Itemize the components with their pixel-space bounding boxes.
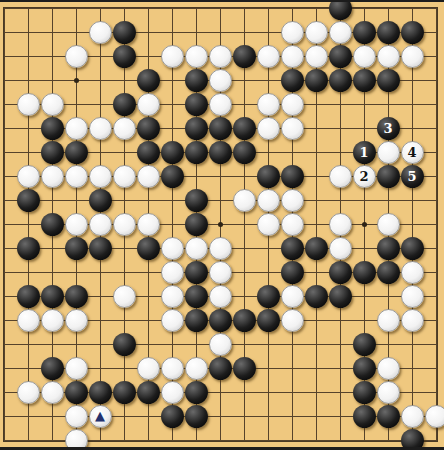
white-stone[interactable] [401,45,424,68]
black-stone[interactable] [137,69,160,92]
black-stone[interactable] [89,189,112,212]
black-stone[interactable] [185,261,208,284]
white-stone[interactable] [65,117,88,140]
white-stone[interactable] [113,117,136,140]
white-stone[interactable] [41,165,64,188]
white-stone[interactable] [185,237,208,260]
go-board[interactable]: 31425▲ [0,0,444,450]
black-stone[interactable] [209,357,232,380]
black-stone[interactable] [209,117,232,140]
black-stone-move-5[interactable]: 5 [401,165,424,188]
black-stone[interactable] [17,237,40,260]
black-stone[interactable] [113,93,136,116]
white-stone[interactable] [281,285,304,308]
white-stone[interactable] [425,405,444,428]
black-stone[interactable] [161,405,184,428]
white-stone[interactable] [377,213,400,236]
black-stone[interactable] [353,357,376,380]
black-stone[interactable] [185,285,208,308]
black-stone[interactable] [257,165,280,188]
black-stone[interactable] [305,237,328,260]
black-stone[interactable] [17,285,40,308]
white-stone[interactable] [65,165,88,188]
black-stone[interactable] [233,117,256,140]
black-stone[interactable] [353,333,376,356]
white-stone[interactable] [89,213,112,236]
black-stone[interactable] [377,261,400,284]
white-stone[interactable] [137,165,160,188]
white-stone[interactable] [257,213,280,236]
white-stone[interactable] [209,285,232,308]
black-stone[interactable] [329,261,352,284]
black-stone[interactable] [281,69,304,92]
black-stone[interactable] [185,189,208,212]
white-stone[interactable] [377,309,400,332]
black-stone[interactable] [377,21,400,44]
white-stone[interactable] [17,93,40,116]
black-stone[interactable] [281,261,304,284]
black-stone[interactable] [65,381,88,404]
black-stone[interactable] [233,357,256,380]
black-stone[interactable] [185,69,208,92]
black-stone[interactable] [281,165,304,188]
white-stone[interactable] [161,285,184,308]
white-stone[interactable] [161,357,184,380]
black-stone[interactable] [377,405,400,428]
white-stone[interactable] [257,45,280,68]
white-stone[interactable] [113,213,136,236]
black-stone[interactable] [353,69,376,92]
white-stone[interactable] [161,309,184,332]
white-stone[interactable] [161,381,184,404]
black-stone[interactable] [353,21,376,44]
white-stone[interactable] [209,45,232,68]
white-stone[interactable] [233,189,256,212]
white-stone[interactable] [281,93,304,116]
white-stone[interactable] [65,309,88,332]
white-stone[interactable] [305,21,328,44]
black-stone[interactable] [377,165,400,188]
white-stone[interactable] [65,45,88,68]
black-stone[interactable] [161,165,184,188]
black-stone[interactable] [209,141,232,164]
black-stone[interactable] [113,333,136,356]
white-stone[interactable] [65,213,88,236]
black-stone[interactable] [353,381,376,404]
black-stone[interactable] [41,357,64,380]
white-stone[interactable] [401,261,424,284]
white-stone[interactable] [17,381,40,404]
black-stone[interactable] [209,309,232,332]
black-stone[interactable] [89,381,112,404]
white-stone[interactable] [17,165,40,188]
black-stone[interactable] [353,405,376,428]
white-stone[interactable] [209,333,232,356]
white-stone[interactable] [377,381,400,404]
white-stone[interactable] [281,117,304,140]
white-stone[interactable] [281,309,304,332]
black-stone[interactable] [185,117,208,140]
white-stone[interactable] [89,21,112,44]
white-stone[interactable] [329,165,352,188]
black-stone[interactable] [329,69,352,92]
black-stone[interactable] [401,237,424,260]
white-stone[interactable] [281,189,304,212]
black-stone[interactable] [41,213,64,236]
black-stone[interactable] [113,381,136,404]
black-stone[interactable] [137,237,160,260]
black-stone[interactable] [305,285,328,308]
white-stone[interactable] [401,285,424,308]
black-stone[interactable] [329,0,352,20]
black-stone[interactable] [353,261,376,284]
white-stone-move-4[interactable]: 4 [401,141,424,164]
white-stone[interactable] [401,309,424,332]
white-stone[interactable]: ▲ [89,405,112,428]
white-stone[interactable] [137,93,160,116]
white-stone[interactable] [185,45,208,68]
white-stone[interactable] [377,45,400,68]
black-stone[interactable] [185,405,208,428]
black-stone-move-3[interactable]: 3 [377,117,400,140]
white-stone[interactable] [41,93,64,116]
black-stone-move-1[interactable]: 1 [353,141,376,164]
white-stone[interactable] [89,117,112,140]
white-stone[interactable] [377,357,400,380]
white-stone[interactable] [257,189,280,212]
white-stone[interactable] [305,45,328,68]
black-stone[interactable] [233,309,256,332]
white-stone[interactable] [329,237,352,260]
black-stone[interactable] [329,45,352,68]
white-stone[interactable] [281,45,304,68]
white-stone[interactable] [329,21,352,44]
white-stone[interactable] [329,213,352,236]
black-stone[interactable] [377,69,400,92]
black-stone[interactable] [401,21,424,44]
black-stone[interactable] [161,141,184,164]
white-stone[interactable] [161,261,184,284]
white-stone[interactable] [113,285,136,308]
black-stone[interactable] [185,381,208,404]
black-stone[interactable] [41,141,64,164]
white-stone[interactable] [185,357,208,380]
white-stone[interactable] [209,261,232,284]
white-stone[interactable] [209,69,232,92]
black-stone[interactable] [17,189,40,212]
black-stone[interactable] [257,285,280,308]
white-stone[interactable] [281,213,304,236]
black-stone[interactable] [65,237,88,260]
go-diagram-window: 31425▲ [0,0,444,450]
white-stone[interactable] [209,93,232,116]
black-stone[interactable] [281,237,304,260]
white-stone[interactable] [65,405,88,428]
white-stone[interactable] [257,117,280,140]
black-stone[interactable] [185,309,208,332]
white-stone[interactable] [17,309,40,332]
white-stone[interactable] [257,93,280,116]
white-stone-move-2[interactable]: 2 [353,165,376,188]
white-stone[interactable] [281,21,304,44]
black-stone[interactable] [305,69,328,92]
white-stone[interactable] [209,237,232,260]
black-stone[interactable] [65,285,88,308]
black-stone[interactable] [233,141,256,164]
black-stone[interactable] [113,45,136,68]
black-stone[interactable] [65,141,88,164]
black-stone[interactable] [137,117,160,140]
black-stone[interactable] [377,237,400,260]
black-stone[interactable] [41,117,64,140]
white-stone[interactable] [41,381,64,404]
black-stone[interactable] [137,141,160,164]
white-stone[interactable] [401,405,424,428]
white-stone[interactable] [161,45,184,68]
white-stone[interactable] [137,213,160,236]
white-stone[interactable] [113,165,136,188]
black-stone[interactable] [113,21,136,44]
white-stone[interactable] [161,237,184,260]
black-stone[interactable] [89,237,112,260]
white-stone[interactable] [137,357,160,380]
black-stone[interactable] [185,213,208,236]
window-border-top [0,0,444,2]
black-stone[interactable] [137,381,160,404]
black-stone[interactable] [233,45,256,68]
white-stone[interactable] [65,357,88,380]
black-stone[interactable] [185,93,208,116]
white-stone[interactable] [353,45,376,68]
triangle-marker-icon: ▲ [95,409,105,422]
black-stone[interactable] [185,141,208,164]
black-stone[interactable] [329,285,352,308]
white-stone[interactable] [377,141,400,164]
black-stone[interactable] [41,285,64,308]
white-stone[interactable] [89,165,112,188]
stones-layer: 31425▲ [0,0,444,450]
black-stone[interactable] [257,309,280,332]
white-stone[interactable] [41,309,64,332]
